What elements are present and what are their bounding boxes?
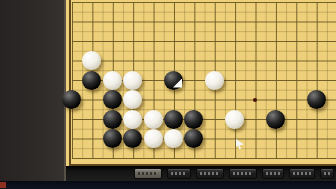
black-stone [103,90,122,109]
white-stone [144,129,163,148]
toolbar-button[interactable] [134,168,162,179]
white-stone [164,129,183,148]
black-stone [307,90,326,109]
record-indicator-icon [0,182,6,188]
toolbar-button[interactable] [262,168,284,179]
toolbar-button[interactable] [289,168,315,179]
last-move-triangle-icon [173,79,182,88]
black-stone [103,129,122,148]
white-stone [103,71,122,90]
toolbar-button[interactable] [229,168,257,179]
black-stone [184,110,203,129]
bottom-toolbar [66,166,336,181]
white-stone [123,90,142,109]
white-stone [82,51,101,70]
black-stone [164,71,183,90]
black-stone [184,129,203,148]
toolbar-button[interactable] [320,168,334,179]
black-stone [62,90,81,109]
white-stone [123,71,142,90]
black-stone [164,110,183,129]
white-stone [144,110,163,129]
bottom-status-bar [0,181,336,189]
white-stone [123,110,142,129]
black-stone [266,110,285,129]
hoshi-point [253,98,257,102]
stones-layer [0,0,336,166]
black-stone [123,129,142,148]
app-window [0,0,336,189]
white-stone [225,110,244,129]
toolbar-button[interactable] [167,168,191,179]
black-stone [82,71,101,90]
black-stone [103,110,122,129]
toolbar-button[interactable] [196,168,224,179]
white-stone [205,71,224,90]
